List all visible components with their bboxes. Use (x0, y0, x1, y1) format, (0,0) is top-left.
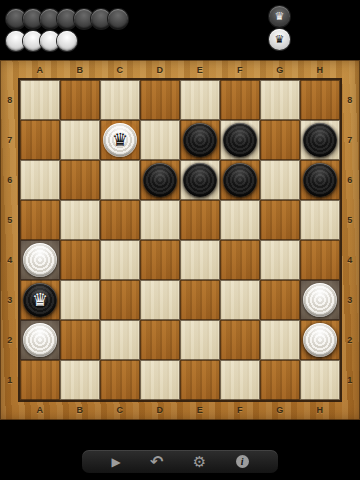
undo-icon: ↶ (150, 452, 163, 471)
rank-label-right-7: 7 (340, 130, 360, 150)
square-G8[interactable] (260, 80, 300, 120)
file-label-top-H: H (310, 60, 330, 80)
play-icon: ▶ (111, 455, 120, 469)
settings-button[interactable]: ⚙ (193, 450, 206, 473)
black-king-piece[interactable]: ♛ (23, 283, 57, 317)
black-man-piece[interactable] (183, 163, 217, 197)
file-label-bottom-A: A (30, 400, 50, 420)
square-B8[interactable] (60, 80, 100, 120)
rank-label-right-8: 8 (340, 90, 360, 110)
square-B4[interactable] (60, 240, 100, 280)
white-king-piece[interactable]: ♛ (103, 123, 137, 157)
file-label-top-A: A (30, 60, 50, 80)
file-label-bottom-B: B (70, 400, 90, 420)
square-F3[interactable] (220, 280, 260, 320)
square-G2[interactable] (260, 320, 300, 360)
info-icon: i (236, 455, 249, 468)
square-C1[interactable] (100, 360, 140, 400)
square-G3[interactable] (260, 280, 300, 320)
white-man-piece[interactable] (23, 243, 57, 277)
toolbar: ▶↶⚙i (82, 450, 278, 473)
file-label-top-D: D (150, 60, 170, 80)
white-man-piece[interactable] (23, 323, 57, 357)
file-label-top-C: C (110, 60, 130, 80)
captured-black-man (108, 9, 128, 29)
square-B3[interactable] (60, 280, 100, 320)
white-king-badge: ♛ (269, 29, 290, 50)
square-A3[interactable]: ♛ (20, 280, 60, 320)
square-B5[interactable] (60, 200, 100, 240)
rank-label-right-5: 5 (340, 210, 360, 230)
square-E6[interactable] (180, 160, 220, 200)
square-C8[interactable] (100, 80, 140, 120)
black-man-piece[interactable] (183, 123, 217, 157)
square-A7[interactable] (20, 120, 60, 160)
crown-icon: ♛ (275, 34, 285, 45)
file-label-bottom-E: E (190, 400, 210, 420)
square-G4[interactable] (260, 240, 300, 280)
black-man-piece[interactable] (303, 123, 337, 157)
rank-label-right-6: 6 (340, 170, 360, 190)
rank-label-left-4: 4 (0, 250, 20, 270)
captured-white-man (57, 31, 77, 51)
square-F1[interactable] (220, 360, 260, 400)
square-G1[interactable] (260, 360, 300, 400)
info-button[interactable]: i (236, 450, 249, 473)
square-D5[interactable] (140, 200, 180, 240)
rank-label-right-3: 3 (340, 290, 360, 310)
square-B1[interactable] (60, 360, 100, 400)
square-H4[interactable] (300, 240, 340, 280)
white-man-piece[interactable] (303, 283, 337, 317)
square-C6[interactable] (100, 160, 140, 200)
square-B6[interactable] (60, 160, 100, 200)
square-A4[interactable] (20, 240, 60, 280)
rank-label-left-7: 7 (0, 130, 20, 150)
square-D3[interactable] (140, 280, 180, 320)
square-F5[interactable] (220, 200, 260, 240)
square-D4[interactable] (140, 240, 180, 280)
black-man-piece[interactable] (223, 123, 257, 157)
rank-label-left-1: 1 (0, 370, 20, 390)
file-label-bottom-F: F (230, 400, 250, 420)
square-A8[interactable] (20, 80, 60, 120)
rank-label-left-6: 6 (0, 170, 20, 190)
board-frame: ♛♛ AABBCCDDEEFFGGHH8877665544332211 (0, 60, 360, 420)
crown-icon: ♛ (32, 291, 48, 309)
square-C5[interactable] (100, 200, 140, 240)
square-C4[interactable] (100, 240, 140, 280)
square-D6[interactable] (140, 160, 180, 200)
square-F6[interactable] (220, 160, 260, 200)
square-D7[interactable] (140, 120, 180, 160)
square-H8[interactable] (300, 80, 340, 120)
rank-label-left-8: 8 (0, 90, 20, 110)
captured-white-tray (6, 31, 74, 51)
square-E7[interactable] (180, 120, 220, 160)
square-A1[interactable] (20, 360, 60, 400)
undo-button[interactable]: ↶ (150, 450, 163, 473)
square-E5[interactable] (180, 200, 220, 240)
square-E4[interactable] (180, 240, 220, 280)
file-label-top-G: G (270, 60, 290, 80)
square-H5[interactable] (300, 200, 340, 240)
square-H7[interactable] (300, 120, 340, 160)
square-A5[interactable] (20, 200, 60, 240)
square-C3[interactable] (100, 280, 140, 320)
square-D8[interactable] (140, 80, 180, 120)
rank-label-left-5: 5 (0, 210, 20, 230)
square-A2[interactable] (20, 320, 60, 360)
square-B2[interactable] (60, 320, 100, 360)
white-man-piece[interactable] (303, 323, 337, 357)
square-H2[interactable] (300, 320, 340, 360)
rank-label-right-2: 2 (340, 330, 360, 350)
square-B7[interactable] (60, 120, 100, 160)
square-E1[interactable] (180, 360, 220, 400)
board-grid: ♛♛ (20, 80, 340, 400)
square-H6[interactable] (300, 160, 340, 200)
file-label-bottom-C: C (110, 400, 130, 420)
file-label-top-B: B (70, 60, 90, 80)
square-G7[interactable] (260, 120, 300, 160)
gear-icon: ⚙ (193, 453, 206, 471)
file-label-top-F: F (230, 60, 250, 80)
checkers-app: ♛♛ ♛♛ AABBCCDDEEFFGGHH8877665544332211 ▶… (0, 0, 360, 480)
square-F8[interactable] (220, 80, 260, 120)
crown-icon: ♛ (275, 11, 285, 22)
square-A6[interactable] (20, 160, 60, 200)
square-E8[interactable] (180, 80, 220, 120)
square-C7[interactable]: ♛ (100, 120, 140, 160)
square-G6[interactable] (260, 160, 300, 200)
black-man-piece[interactable] (223, 163, 257, 197)
file-label-bottom-D: D (150, 400, 170, 420)
black-man-piece[interactable] (143, 163, 177, 197)
square-F4[interactable] (220, 240, 260, 280)
square-C2[interactable] (100, 320, 140, 360)
square-E3[interactable] (180, 280, 220, 320)
captured-black-tray (6, 9, 125, 29)
square-D1[interactable] (140, 360, 180, 400)
rank-label-left-2: 2 (0, 330, 20, 350)
black-king-badge: ♛ (269, 6, 290, 27)
rank-label-right-4: 4 (340, 250, 360, 270)
rank-label-right-1: 1 (340, 370, 360, 390)
file-label-top-E: E (190, 60, 210, 80)
black-man-piece[interactable] (303, 163, 337, 197)
file-label-bottom-H: H (310, 400, 330, 420)
crown-icon: ♛ (112, 131, 128, 149)
square-F2[interactable] (220, 320, 260, 360)
square-D2[interactable] (140, 320, 180, 360)
square-E2[interactable] (180, 320, 220, 360)
square-F7[interactable] (220, 120, 260, 160)
square-H3[interactable] (300, 280, 340, 320)
rank-label-left-3: 3 (0, 290, 20, 310)
file-label-bottom-G: G (270, 400, 290, 420)
square-G5[interactable] (260, 200, 300, 240)
square-H1[interactable] (300, 360, 340, 400)
play-button[interactable]: ▶ (111, 450, 120, 473)
